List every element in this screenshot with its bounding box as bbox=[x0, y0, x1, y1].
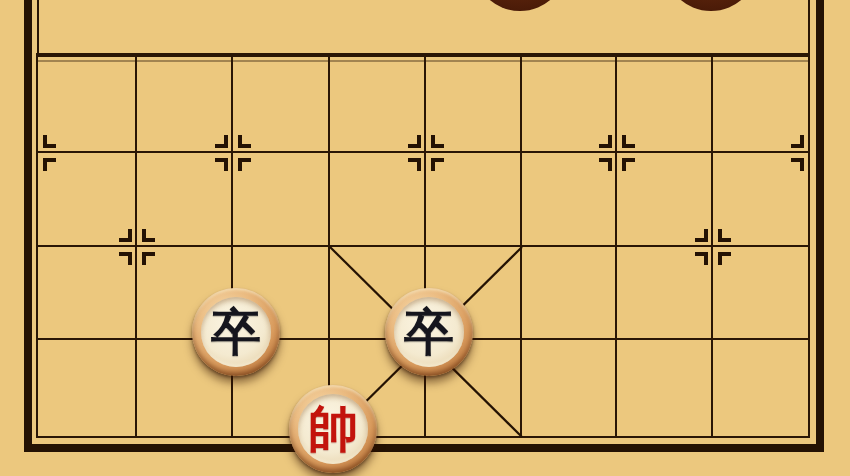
piece-black-soldier-1[interactable]: 卒 bbox=[192, 288, 280, 376]
marker-bracket bbox=[408, 135, 421, 148]
marker-bracket bbox=[215, 158, 228, 171]
marker-bracket bbox=[142, 252, 155, 265]
board-outer-frame-bottom bbox=[24, 444, 824, 452]
marker-bracket bbox=[43, 158, 56, 171]
marker-bracket bbox=[408, 158, 421, 171]
marker-bracket bbox=[718, 252, 731, 265]
marker-bracket bbox=[431, 158, 444, 171]
piece-black-soldier-2[interactable]: 卒 bbox=[385, 288, 473, 376]
marker-bracket bbox=[599, 158, 612, 171]
marker-bracket bbox=[142, 229, 155, 242]
marker-bracket bbox=[622, 135, 635, 148]
board-cell bbox=[522, 247, 617, 340]
piece-face: 卒 bbox=[201, 297, 271, 367]
piece-glyph: 帥 bbox=[308, 404, 358, 454]
marker-bracket bbox=[791, 158, 804, 171]
board-cell bbox=[38, 340, 137, 436]
marker-bracket bbox=[695, 252, 708, 265]
board-cell bbox=[522, 340, 617, 436]
marker-bracket bbox=[599, 135, 612, 148]
piece-glyph: 卒 bbox=[404, 307, 454, 357]
marker-bracket bbox=[215, 135, 228, 148]
board-inner-line-right-river bbox=[808, 0, 810, 53]
piece-cutoff-piece-1[interactable] bbox=[473, 0, 567, 11]
board-outer-frame-right bbox=[816, 0, 824, 452]
xiangqi-screenshot: 卒卒帥 bbox=[0, 0, 850, 476]
board-outer-frame-left bbox=[24, 0, 32, 452]
marker-bracket bbox=[119, 252, 132, 265]
xiangqi-board-grid[interactable] bbox=[36, 53, 810, 438]
marker-bracket bbox=[622, 158, 635, 171]
marker-bracket bbox=[791, 135, 804, 148]
marker-bracket bbox=[431, 135, 444, 148]
marker-bracket bbox=[43, 135, 56, 148]
board-cell bbox=[713, 340, 808, 436]
piece-cutoff-piece-2[interactable] bbox=[664, 0, 758, 11]
marker-bracket bbox=[695, 229, 708, 242]
piece-red-general[interactable]: 帥 bbox=[289, 385, 377, 473]
board-cell bbox=[617, 340, 713, 436]
piece-face: 卒 bbox=[394, 297, 464, 367]
marker-bracket bbox=[119, 229, 132, 242]
piece-face: 帥 bbox=[298, 394, 368, 464]
board-inner-line-left-river bbox=[37, 0, 39, 53]
marker-bracket bbox=[238, 158, 251, 171]
marker-bracket bbox=[718, 229, 731, 242]
marker-bracket bbox=[238, 135, 251, 148]
piece-glyph: 卒 bbox=[211, 307, 261, 357]
